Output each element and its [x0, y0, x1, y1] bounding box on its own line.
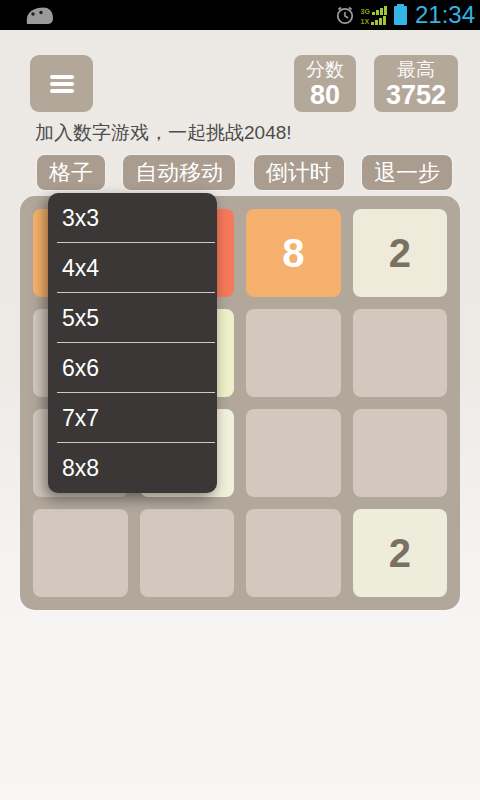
empty-cell: [246, 509, 341, 597]
score-value: 80: [306, 81, 344, 110]
tagline: 加入数字游戏，一起挑战2048!: [35, 120, 292, 146]
signal-bar: [371, 22, 374, 25]
menu-item-7x7[interactable]: 7x7: [48, 393, 217, 443]
android-icon: [24, 3, 56, 28]
signal-bar: [383, 16, 386, 25]
score-box: 分数 80: [294, 55, 356, 112]
tile: 2: [353, 509, 448, 597]
menu-item-8x8[interactable]: 8x8: [48, 443, 217, 493]
toolbar: 格子 自动移动 倒计时 退一步: [37, 155, 452, 190]
empty-cell: [353, 309, 448, 397]
signal-bar: [372, 12, 375, 15]
empty-cell: [140, 509, 235, 597]
status-bar: 3G 1X 21:34: [0, 0, 480, 30]
best-score-value: 3752: [386, 81, 446, 110]
signal-3g-label: 3G: [361, 8, 370, 15]
menu-item-5x5[interactable]: 5x5: [48, 293, 217, 343]
status-time: 21:34: [415, 0, 475, 30]
signal-bar: [384, 6, 387, 15]
empty-cell: [33, 509, 128, 597]
empty-cell: [246, 309, 341, 397]
alarm-clock-icon: [334, 4, 356, 26]
app-screen: 3G 1X 21:34: [0, 0, 480, 800]
menu-button[interactable]: [30, 55, 93, 112]
tile: 2: [353, 209, 448, 297]
menu-item-3x3[interactable]: 3x3: [48, 193, 217, 243]
grid-size-menu: 3x34x45x56x67x78x8: [48, 193, 217, 493]
score-label: 分数: [306, 59, 344, 81]
countdown-button[interactable]: 倒计时: [254, 155, 344, 190]
undo-button[interactable]: 退一步: [362, 155, 452, 190]
signal-strength-icon: 3G 1X: [361, 6, 387, 25]
menu-item-6x6[interactable]: 6x6: [48, 343, 217, 393]
battery-icon: [394, 6, 407, 25]
signal-bar: [379, 18, 382, 25]
best-score-box: 最高 3752: [374, 55, 458, 112]
auto-move-button[interactable]: 自动移动: [123, 155, 235, 190]
header: 分数 80 最高 3752: [30, 55, 458, 112]
empty-cell: [353, 409, 448, 497]
signal-1x-label: 1X: [361, 18, 370, 25]
menu-item-4x4[interactable]: 4x4: [48, 243, 217, 293]
empty-cell: [246, 409, 341, 497]
best-score-label: 最高: [386, 59, 446, 81]
signal-bar: [376, 10, 379, 15]
grid-size-button[interactable]: 格子: [37, 155, 105, 190]
signal-bar: [375, 20, 378, 25]
hamburger-icon: [50, 72, 74, 96]
tile: 8: [246, 209, 341, 297]
signal-bar: [380, 8, 383, 15]
